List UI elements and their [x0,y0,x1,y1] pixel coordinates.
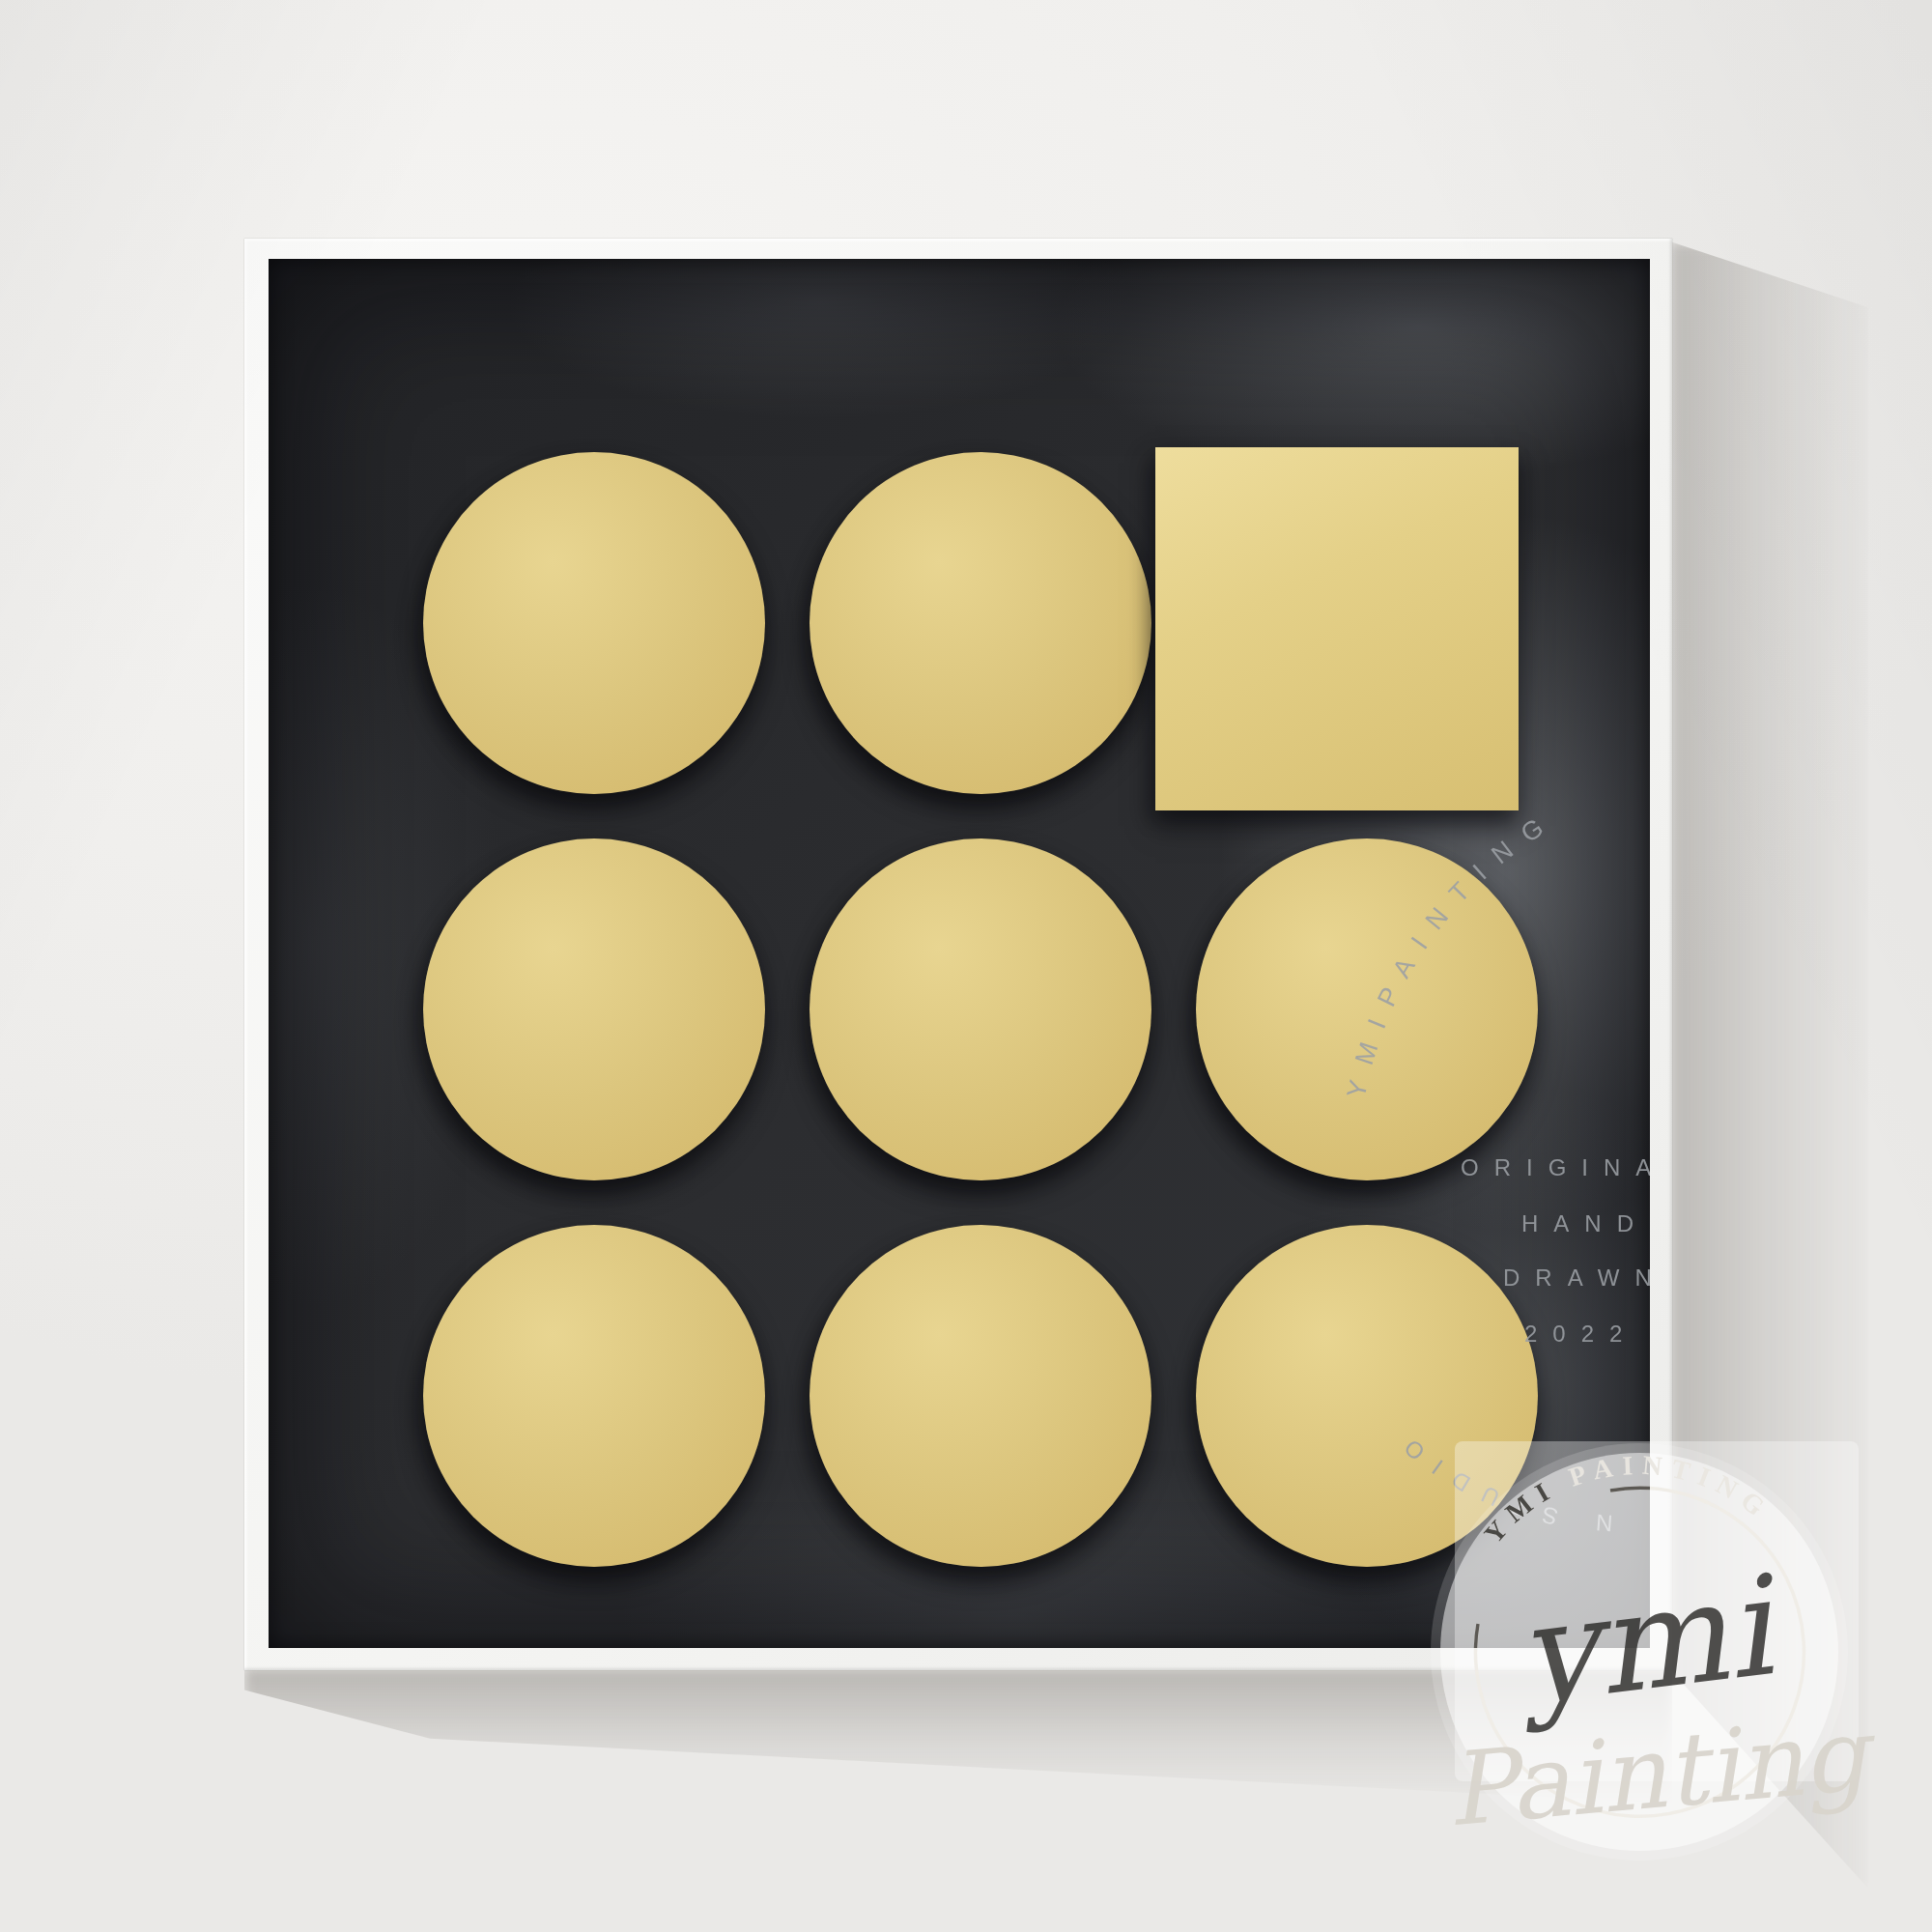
gold-circle [423,452,765,794]
grid-cell-r1c2 [810,452,1151,794]
grid-cell-r1c1 [423,452,765,794]
grid-cell-r2c3 [1196,838,1538,1180]
grid-cell-r3c1 [423,1225,765,1567]
gold-circle [423,838,765,1180]
grid-cell-r3c3 [1196,1225,1538,1567]
gold-circle [810,838,1151,1180]
gold-circle [810,452,1151,794]
gold-circle [1196,1225,1538,1567]
frame-drop-shadow-bottom [244,1668,1672,1804]
grid-cell-r2c2 [810,838,1151,1180]
gold-circle [423,1225,765,1567]
gold-square [1155,447,1519,810]
picture-frame [244,239,1672,1670]
wall-scene: YMIPAINTING ORIGINAL HAND DRAWN 2022 N S… [0,0,1932,1932]
frame-drop-shadow-right [1670,241,1868,1889]
stamp-script-painting: Painting [1441,1694,1883,1850]
grid-cell-r3c2 [810,1225,1151,1567]
canvas-artwork [269,259,1650,1648]
gold-circle [1196,838,1538,1180]
art-grid [423,452,1538,1567]
gold-circle [810,1225,1151,1567]
grid-cell-r2c1 [423,838,765,1180]
grid-cell-r1c3 [1196,452,1538,794]
